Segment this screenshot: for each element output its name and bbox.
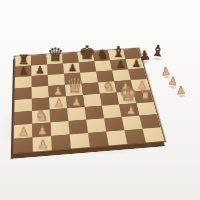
light-pawn-b1: ♟ bbox=[37, 139, 48, 151]
dark-pawn-b7: ♟ bbox=[35, 65, 44, 76]
light-rook-h4: ♜ bbox=[138, 88, 151, 102]
perspective-wrapper: ♜♛♚♞♝♟♟♟♟♟♟♛♞♟♟♟♟♚♜♞♟♟♟♟ bbox=[0, 14, 178, 184]
dark-pawn-d7: ♟ bbox=[67, 63, 76, 73]
square-c1 bbox=[51, 134, 71, 150]
square-e5 bbox=[82, 82, 100, 95]
captured-dark-bishop: ♝ bbox=[150, 44, 164, 60]
product-photo-backdrop: ♜♛♚♞♝♟♟♟♟♟♟♛♞♟♟♟♟♚♜♞♟♟♟♟ ♟ ♝ ♟ ♟ ♟ bbox=[0, 0, 200, 200]
light-pawn-a2: ♟ bbox=[18, 126, 29, 138]
square-a1 bbox=[14, 137, 33, 153]
light-knight-f5: ♞ bbox=[102, 79, 115, 93]
square-e8: ♚ bbox=[77, 52, 94, 63]
captured-light-pawn-3: ♟ bbox=[176, 85, 186, 97]
light-pawn-c4: ♟ bbox=[53, 98, 63, 109]
light-pawn-g3: ♟ bbox=[125, 105, 135, 117]
square-c4: ♟ bbox=[49, 96, 67, 109]
square-f1 bbox=[106, 130, 127, 145]
light-knight-b3: ♞ bbox=[35, 108, 48, 123]
square-h1 bbox=[142, 127, 164, 142]
square-b5 bbox=[32, 86, 49, 99]
square-b3: ♞ bbox=[32, 110, 50, 124]
square-e1 bbox=[88, 132, 109, 148]
dark-king-e8: ♚ bbox=[78, 43, 95, 62]
dark-pawn-a7: ♟ bbox=[18, 66, 27, 77]
square-d4: ♟ bbox=[66, 95, 85, 108]
dark-queen-c8: ♛ bbox=[47, 45, 64, 64]
dark-pawn-g7: ♟ bbox=[115, 60, 124, 70]
captured-dark-pawn: ♟ bbox=[138, 48, 151, 62]
light-king-g4: ♚ bbox=[119, 83, 137, 103]
square-a3 bbox=[14, 111, 32, 125]
dark-knight-f8: ♞ bbox=[96, 48, 108, 61]
square-c8: ♛ bbox=[47, 54, 63, 65]
dark-bishop-g8: ♝ bbox=[111, 45, 124, 60]
square-f4 bbox=[100, 93, 119, 106]
light-pawn-c5: ♟ bbox=[53, 86, 63, 97]
square-d1 bbox=[70, 133, 90, 149]
light-pawn-b2: ♟ bbox=[36, 125, 47, 137]
light-pawn-d4: ♟ bbox=[71, 96, 81, 107]
square-g4: ♚ bbox=[117, 91, 137, 104]
square-d3 bbox=[67, 107, 86, 121]
light-queen-d5: ♛ bbox=[66, 76, 84, 96]
square-b1: ♟ bbox=[33, 136, 52, 152]
square-f5: ♞ bbox=[98, 81, 117, 94]
